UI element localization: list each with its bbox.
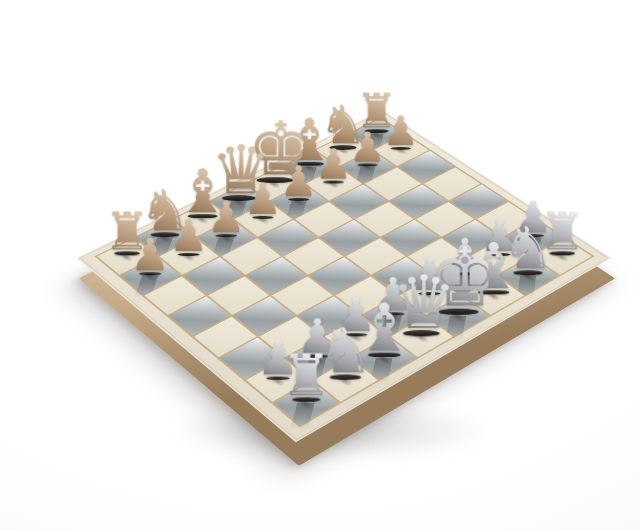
square-a1[interactable]: ♜	[274, 381, 339, 425]
chess-board: ♜♟♟♜♞♟♟♞♝♟♟♝♚♟♟♚♛♟♟♛♝♟♟♝♞♟♟♞♜♟♟♜	[77, 110, 612, 442]
piece-white-rook[interactable]: ♜	[274, 350, 338, 402]
product-photo: ♜♟♟♜♞♟♟♞♝♟♟♝♚♟♟♚♛♟♟♛♝♟♟♝♞♟♟♞♜♟♟♜	[0, 0, 640, 530]
piece-black-pawn[interactable]: ♟	[121, 235, 180, 276]
board-top-plate: ♜♟♟♜♞♟♟♞♝♟♟♝♚♟♟♚♛♟♟♛♝♟♟♝♞♟♟♞♜♟♟♜	[77, 110, 612, 442]
mirror-reflection	[289, 403, 315, 435]
scene: ♜♟♟♜♞♟♟♞♝♟♟♝♚♟♟♚♛♟♟♛♝♟♟♝♞♟♟♞♜♟♟♜	[0, 0, 640, 530]
board-grid: ♜♟♟♜♞♟♟♞♝♟♟♝♚♟♟♚♛♟♟♛♝♟♟♝♞♟♟♞♜♟♟♜	[94, 117, 594, 427]
